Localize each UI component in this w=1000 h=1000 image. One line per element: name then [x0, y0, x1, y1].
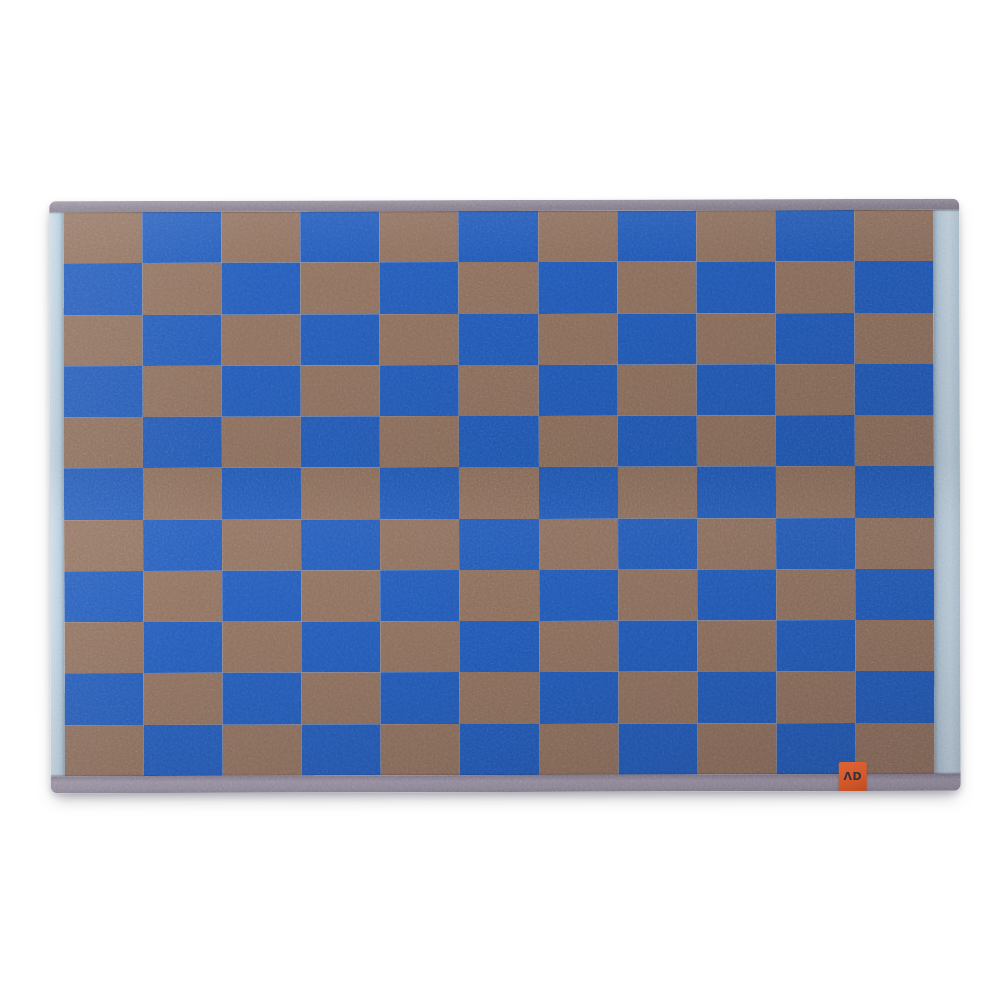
board-cell	[459, 211, 538, 262]
board-cell	[617, 210, 696, 261]
board-cell	[143, 468, 222, 519]
board-cell	[64, 314, 143, 365]
board-cell	[539, 723, 618, 774]
board-cell	[696, 262, 775, 313]
board-cell	[460, 672, 539, 723]
board-cell	[301, 468, 380, 519]
checkerboard	[63, 210, 934, 776]
board-cell	[697, 672, 776, 723]
board-cell	[538, 211, 617, 262]
board-cell	[64, 571, 143, 622]
board-cell	[538, 467, 617, 518]
board-cell	[221, 212, 300, 263]
board-cell	[854, 312, 933, 363]
product-photo-stage: ΛD	[0, 0, 1000, 1000]
board-cell	[697, 569, 776, 620]
board-cell	[380, 467, 459, 518]
board-cell	[63, 263, 142, 314]
board-cell	[618, 621, 697, 672]
board-cell	[617, 416, 696, 467]
board-cell	[697, 467, 776, 518]
board-cell	[143, 519, 222, 570]
board-cell	[143, 622, 222, 673]
board-cell	[538, 365, 617, 416]
board-cell	[301, 416, 380, 467]
board-cell	[64, 366, 143, 417]
board-cell	[460, 621, 539, 672]
board-cell	[223, 724, 302, 775]
board-cell	[855, 364, 934, 415]
board-cell	[855, 415, 934, 466]
board-cell	[302, 724, 381, 775]
board-cell	[697, 723, 776, 774]
bath-mat: ΛD	[49, 199, 961, 793]
board-cell	[460, 724, 539, 775]
board-cell	[222, 570, 301, 621]
brand-tag: ΛD	[839, 762, 867, 791]
board-cell	[222, 314, 301, 365]
board-cell	[855, 569, 934, 620]
board-cell	[459, 365, 538, 416]
board-cell	[460, 519, 539, 570]
right-selvedge-border	[933, 210, 960, 774]
board-cell	[776, 672, 855, 723]
board-cell	[64, 417, 143, 468]
board-cell	[223, 673, 302, 724]
board-cell	[65, 725, 144, 776]
board-cell	[775, 364, 854, 415]
board-cell	[301, 314, 380, 365]
board-cell	[775, 261, 854, 312]
board-cell	[301, 519, 380, 570]
board-cell	[223, 622, 302, 673]
board-cell	[144, 673, 223, 724]
board-cell	[380, 314, 459, 365]
board-cell	[144, 724, 223, 775]
board-cell	[64, 673, 143, 724]
board-cell	[697, 415, 776, 466]
board-cell	[855, 518, 934, 569]
board-cell	[380, 211, 459, 262]
board-cell	[855, 671, 934, 722]
board-cell	[143, 314, 222, 365]
board-cell	[222, 468, 301, 519]
board-cell	[697, 518, 776, 569]
board-cell	[775, 313, 854, 364]
board-cell	[539, 621, 618, 672]
board-cell	[301, 263, 380, 314]
board-cell	[538, 416, 617, 467]
board-cell	[222, 417, 301, 468]
board-cell	[222, 365, 301, 416]
board-cell	[459, 416, 538, 467]
brand-logo: ΛD	[843, 771, 862, 782]
board-cell	[381, 570, 460, 621]
board-cell	[381, 724, 460, 775]
board-cell	[143, 417, 222, 468]
board-cell	[142, 212, 221, 263]
board-cell	[142, 263, 221, 314]
board-cell	[539, 570, 618, 621]
board-cell	[380, 262, 459, 313]
board-cell	[143, 571, 222, 622]
board-cell	[460, 570, 539, 621]
board-cell	[617, 364, 696, 415]
board-cell	[775, 210, 854, 261]
board-cell	[301, 570, 380, 621]
board-cell	[617, 262, 696, 313]
board-cell	[459, 467, 538, 518]
board-cell	[381, 673, 460, 724]
board-cell	[539, 518, 618, 569]
board-cell	[697, 620, 776, 671]
board-cell	[381, 621, 460, 672]
board-cell	[618, 569, 697, 620]
board-cell	[854, 210, 933, 261]
board-cell	[301, 365, 380, 416]
board-cell	[222, 263, 301, 314]
board-cell	[854, 261, 933, 312]
board-cell	[855, 466, 934, 517]
board-cell	[380, 416, 459, 467]
board-cell	[380, 519, 459, 570]
board-cell	[776, 569, 855, 620]
board-cell	[776, 620, 855, 671]
board-cell	[302, 621, 381, 672]
board-cell	[143, 366, 222, 417]
bottom-hem	[51, 774, 961, 793]
board-cell	[538, 313, 617, 364]
board-cell	[618, 467, 697, 518]
board-cell	[64, 468, 143, 519]
board-cell	[776, 518, 855, 569]
board-cell	[618, 518, 697, 569]
board-cell	[856, 723, 935, 774]
board-cell	[618, 672, 697, 723]
board-cell	[776, 415, 855, 466]
board-cell	[222, 519, 301, 570]
board-cell	[380, 365, 459, 416]
board-cell	[855, 620, 934, 671]
board-cell	[617, 313, 696, 364]
board-cell	[696, 364, 775, 415]
board-cell	[696, 210, 775, 261]
board-cell	[64, 520, 143, 571]
left-selvedge-border	[49, 212, 64, 776]
board-cell	[776, 466, 855, 517]
board-cell	[538, 262, 617, 313]
board-cell	[302, 673, 381, 724]
board-cell	[618, 723, 697, 774]
board-cell	[539, 672, 618, 723]
board-cell	[459, 313, 538, 364]
towel-body	[49, 210, 960, 776]
board-cell	[63, 212, 142, 263]
board-cell	[301, 211, 380, 262]
board-cell	[459, 262, 538, 313]
board-cell	[64, 622, 143, 673]
board-cell	[696, 313, 775, 364]
